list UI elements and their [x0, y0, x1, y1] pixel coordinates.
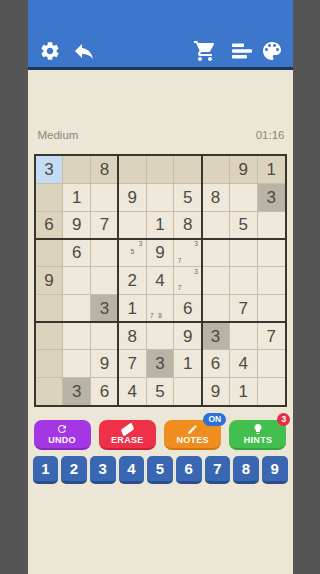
cell-value: 3 — [100, 300, 109, 317]
cell-r9c6[interactable] — [174, 378, 201, 405]
cell-r2c1[interactable] — [36, 184, 63, 211]
cell-r5c2[interactable] — [63, 267, 90, 294]
cell-value: 8 — [211, 189, 220, 206]
cell-value: 4 — [155, 272, 164, 289]
cell-value: 3 — [155, 355, 164, 372]
cell-r1c9[interactable]: 1 — [258, 156, 285, 183]
cell-r9c5[interactable]: 5 — [147, 378, 174, 405]
notes-on-badge: ON — [203, 413, 226, 426]
cell-r6c6[interactable]: 6 — [174, 295, 201, 322]
cell-r8c9[interactable] — [258, 350, 285, 377]
action-toolbar: UNDO ERASE ON NOTES 3 HINTS — [34, 420, 287, 450]
cell-value: 4 — [239, 355, 248, 372]
undo-button[interactable]: UNDO — [34, 420, 91, 450]
theme-palette-icon[interactable] — [260, 39, 284, 63]
cell-value: 1 — [127, 300, 136, 317]
cell-value: 7 — [266, 328, 275, 345]
cell-r7c1[interactable] — [36, 323, 63, 350]
cell-r1c4[interactable] — [119, 156, 146, 183]
cell-value: 3 — [44, 161, 53, 178]
sudoku-app-screen: Medium 01:16 389119583697185635937924373… — [28, 0, 293, 574]
cell-value: 1 — [266, 161, 275, 178]
cell-value: 9 — [72, 216, 81, 233]
cell-notes: 35 — [120, 240, 145, 265]
cell-value: 5 — [155, 383, 164, 400]
cell-r8c3[interactable]: 9 — [91, 350, 118, 377]
cell-value: 8 — [127, 328, 136, 345]
cell-r2c2[interactable]: 1 — [63, 184, 90, 211]
cell-r4c1[interactable] — [36, 239, 63, 266]
cell-value: 5 — [239, 216, 248, 233]
cell-r3c8[interactable]: 5 — [230, 212, 257, 239]
cell-r7c3[interactable] — [91, 323, 118, 350]
cell-value: 3 — [72, 383, 81, 400]
cell-r3c3[interactable]: 7 — [91, 212, 118, 239]
cell-r3c6[interactable]: 8 — [174, 212, 201, 239]
cell-r2c5[interactable] — [147, 184, 174, 211]
cell-value: 3 — [211, 328, 220, 345]
difficulty-label: Medium — [38, 129, 79, 141]
cell-value: 7 — [100, 216, 109, 233]
cell-r2c8[interactable] — [230, 184, 257, 211]
cell-r2c9[interactable]: 3 — [258, 184, 285, 211]
notes-button[interactable]: ON NOTES — [164, 420, 221, 450]
cell-r4c3[interactable] — [91, 239, 118, 266]
cell-r1c8[interactable]: 9 — [230, 156, 257, 183]
cell-r6c5[interactable]: 78 — [147, 295, 174, 322]
cell-r8c4[interactable]: 7 — [119, 350, 146, 377]
cell-value: 6 — [100, 383, 109, 400]
cell-r8c5[interactable]: 3 — [147, 350, 174, 377]
notes-label: NOTES — [176, 436, 209, 445]
undo-refresh-icon — [56, 423, 68, 435]
cell-r7c2[interactable] — [63, 323, 90, 350]
numpad-1[interactable]: 1 — [33, 456, 59, 484]
cell-notes: 37 — [175, 240, 200, 265]
cell-r5c5[interactable]: 4 — [147, 267, 174, 294]
cell-r9c3[interactable]: 6 — [91, 378, 118, 405]
cell-r3c4[interactable] — [119, 212, 146, 239]
cell-r4c4[interactable]: 35 — [119, 239, 146, 266]
hints-label: HINTS — [244, 436, 273, 445]
cell-r7c8[interactable] — [230, 323, 257, 350]
cell-value: 6 — [183, 300, 192, 317]
cell-r6c8[interactable]: 7 — [230, 295, 257, 322]
cell-r5c7[interactable] — [202, 267, 229, 294]
cell-value: 7 — [127, 355, 136, 372]
cell-value: 9 — [155, 244, 164, 261]
cell-value: 6 — [211, 355, 220, 372]
cell-r7c4[interactable]: 8 — [119, 323, 146, 350]
numpad-8[interactable]: 8 — [233, 456, 259, 484]
cell-r6c4[interactable]: 1 — [119, 295, 146, 322]
cell-value: 5 — [183, 189, 192, 206]
timer: 01:16 — [256, 129, 285, 141]
cell-value: 9 — [183, 328, 192, 345]
cell-value: 3 — [266, 189, 275, 206]
cell-r8c7[interactable]: 6 — [202, 350, 229, 377]
statistics-bars-icon[interactable] — [230, 39, 254, 63]
cell-r6c7[interactable] — [202, 295, 229, 322]
numpad-9[interactable]: 9 — [262, 456, 288, 484]
shop-cart-icon[interactable] — [193, 39, 217, 63]
status-line: Medium 01:16 — [38, 129, 285, 141]
cell-r3c7[interactable] — [202, 212, 229, 239]
cell-r1c2[interactable] — [63, 156, 90, 183]
cell-r4c8[interactable] — [230, 239, 257, 266]
lightbulb-icon — [252, 423, 264, 435]
cell-r5c3[interactable] — [91, 267, 118, 294]
cell-value: 9 — [239, 161, 248, 178]
cell-r7c6[interactable]: 9 — [174, 323, 201, 350]
cell-r6c1[interactable] — [36, 295, 63, 322]
cell-r8c6[interactable]: 1 — [174, 350, 201, 377]
cell-r1c7[interactable] — [202, 156, 229, 183]
cell-r5c1[interactable]: 9 — [36, 267, 63, 294]
eraser-icon — [121, 423, 134, 435]
cell-r8c1[interactable] — [36, 350, 63, 377]
cell-r7c7[interactable]: 3 — [202, 323, 229, 350]
cell-value: 1 — [239, 383, 248, 400]
undo-label: UNDO — [48, 436, 76, 445]
sudoku-board: 3891195836971856359379243731786789379731… — [34, 154, 287, 407]
cell-notes: 37 — [175, 268, 200, 293]
settings-gear-icon[interactable] — [39, 40, 61, 62]
erase-button[interactable]: ERASE — [99, 420, 156, 450]
cell-r5c4[interactable]: 2 — [119, 267, 146, 294]
pencil-icon — [187, 423, 198, 435]
cell-r4c9[interactable] — [258, 239, 285, 266]
cell-notes: 78 — [148, 296, 173, 321]
cell-r1c6[interactable] — [174, 156, 201, 183]
cell-r9c7[interactable]: 9 — [202, 378, 229, 405]
cell-r6c2[interactable] — [63, 295, 90, 322]
cell-value: 4 — [127, 383, 136, 400]
cell-r4c6[interactable]: 37 — [174, 239, 201, 266]
cell-r2c7[interactable]: 8 — [202, 184, 229, 211]
numpad-5[interactable]: 5 — [147, 456, 173, 484]
cell-r9c4[interactable]: 4 — [119, 378, 146, 405]
sudoku-board-cells: 3891195836971856359379243731786789379731… — [36, 156, 285, 405]
cell-value: 1 — [72, 189, 81, 206]
cell-r8c8[interactable]: 4 — [230, 350, 257, 377]
cell-value: 6 — [72, 244, 81, 261]
cell-r4c2[interactable]: 6 — [63, 239, 90, 266]
erase-label: ERASE — [111, 436, 144, 445]
cell-value: 9 — [44, 272, 53, 289]
hints-button[interactable]: 3 HINTS — [229, 420, 286, 450]
top-bar — [28, 0, 293, 70]
cell-r5c6[interactable]: 37 — [174, 267, 201, 294]
cell-r4c7[interactable] — [202, 239, 229, 266]
cell-r3c2[interactable]: 9 — [63, 212, 90, 239]
cell-value: 9 — [127, 189, 136, 206]
cell-value: 9 — [100, 355, 109, 372]
cell-r7c5[interactable] — [147, 323, 174, 350]
cell-r3c9[interactable] — [258, 212, 285, 239]
cell-r5c8[interactable] — [230, 267, 257, 294]
cell-value: 8 — [100, 161, 109, 178]
cell-value: 9 — [211, 383, 220, 400]
cell-value: 6 — [44, 216, 53, 233]
cell-value: 1 — [183, 355, 192, 372]
cell-r7c9[interactable]: 7 — [258, 323, 285, 350]
cell-r9c9[interactable] — [258, 378, 285, 405]
cell-r1c1[interactable]: 3 — [36, 156, 63, 183]
cell-r6c9[interactable] — [258, 295, 285, 322]
cell-r1c3[interactable]: 8 — [91, 156, 118, 183]
numpad-6[interactable]: 6 — [176, 456, 202, 484]
cell-r4c5[interactable]: 9 — [147, 239, 174, 266]
numpad-4[interactable]: 4 — [119, 456, 145, 484]
numpad-7[interactable]: 7 — [205, 456, 231, 484]
cell-r1c5[interactable] — [147, 156, 174, 183]
numpad-2[interactable]: 2 — [61, 456, 87, 484]
cell-r6c3[interactable]: 3 — [91, 295, 118, 322]
cell-r2c6[interactable]: 5 — [174, 184, 201, 211]
numpad-3[interactable]: 3 — [90, 456, 116, 484]
cell-r2c4[interactable]: 9 — [119, 184, 146, 211]
cell-value: 1 — [155, 216, 164, 233]
cell-value: 7 — [239, 300, 248, 317]
number-pad: 123456789 — [33, 456, 288, 484]
cell-r8c2[interactable] — [63, 350, 90, 377]
hints-count-badge: 3 — [277, 413, 290, 426]
cell-value: 2 — [127, 272, 136, 289]
undo-arrow-icon[interactable] — [72, 39, 96, 63]
cell-r3c5[interactable]: 1 — [147, 212, 174, 239]
cell-r9c1[interactable] — [36, 378, 63, 405]
cell-r5c9[interactable] — [258, 267, 285, 294]
cell-r9c2[interactable]: 3 — [63, 378, 90, 405]
cell-r2c3[interactable] — [91, 184, 118, 211]
cell-r9c8[interactable]: 1 — [230, 378, 257, 405]
cell-value: 8 — [183, 216, 192, 233]
cell-r3c1[interactable]: 6 — [36, 212, 63, 239]
